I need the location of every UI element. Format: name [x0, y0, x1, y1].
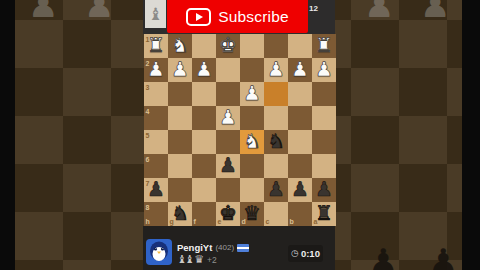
square-c4[interactable]: [264, 106, 288, 130]
square-g6[interactable]: [168, 154, 192, 178]
square-e2[interactable]: [216, 58, 240, 82]
opponent-top-bar: ♝ 12 Subscribe: [143, 0, 335, 34]
rank-label: 8: [146, 204, 150, 211]
video-strip: ♝ 12 Subscribe 1♜♞♚♜2♟♟♟♟♟♟3♟4♟5♞♞6♟7♟♟♟…: [143, 0, 335, 270]
file-label: b: [290, 218, 294, 225]
square-d1[interactable]: [240, 34, 264, 58]
square-e6[interactable]: ♟: [216, 154, 240, 178]
square-h5[interactable]: 5: [144, 130, 168, 154]
square-c2[interactable]: ♟: [264, 58, 288, 82]
square-e7[interactable]: [216, 178, 240, 202]
square-b8[interactable]: b: [288, 202, 312, 226]
player-bottom-bar: PengiYt (402) ♝♝ ♛ +2 ◷ 0:10: [143, 226, 335, 270]
square-b6[interactable]: [288, 154, 312, 178]
black-queen: ♛: [240, 202, 264, 226]
opponent-clock: 12: [309, 4, 318, 13]
square-a8[interactable]: a♜: [312, 202, 336, 226]
square-h7[interactable]: 7♟: [144, 178, 168, 202]
square-f2[interactable]: ♟: [192, 58, 216, 82]
file-label: d: [242, 218, 246, 225]
square-c8[interactable]: c: [264, 202, 288, 226]
white-rook: ♜: [312, 34, 336, 58]
white-pawn: ♟: [240, 82, 264, 106]
file-label: f: [194, 218, 196, 225]
square-e1[interactable]: ♚: [216, 34, 240, 58]
square-d4[interactable]: [240, 106, 264, 130]
backdrop-white-pawn: ♟: [28, 0, 58, 22]
square-h4[interactable]: 4: [144, 106, 168, 130]
backdrop-black-pawn: ♟: [428, 244, 458, 270]
square-f5[interactable]: [192, 130, 216, 154]
rank-label: 6: [146, 156, 150, 163]
chess-piece-avatar-icon: ♝: [148, 4, 163, 24]
square-a6[interactable]: [312, 154, 336, 178]
square-d5[interactable]: ♞: [240, 130, 264, 154]
rank-label: 5: [146, 132, 150, 139]
square-f4[interactable]: [192, 106, 216, 130]
white-pawn: ♟: [192, 58, 216, 82]
captured-pieces-row: ♝♝ ♛ +2: [177, 254, 217, 265]
file-label: a: [314, 218, 318, 225]
rank-label: 2: [146, 60, 150, 67]
white-knight: ♞: [168, 34, 192, 58]
penguin-avatar-image: [146, 239, 172, 265]
square-a5[interactable]: [312, 130, 336, 154]
black-pawn: ♟: [144, 178, 168, 202]
square-b5[interactable]: [288, 130, 312, 154]
square-h1[interactable]: 1♜: [144, 34, 168, 58]
square-b4[interactable]: [288, 106, 312, 130]
black-pawn: ♟: [216, 154, 240, 178]
country-flag-icon: [237, 244, 249, 252]
white-pawn: ♟: [288, 58, 312, 82]
square-h6[interactable]: 6: [144, 154, 168, 178]
square-f1[interactable]: [192, 34, 216, 58]
chess-board[interactable]: 1♜♞♚♜2♟♟♟♟♟♟3♟4♟5♞♞6♟7♟♟♟♟8hg♞fe♚d♛cba♜: [144, 34, 336, 226]
backdrop-white-pawn: ♟: [420, 0, 450, 22]
square-e8[interactable]: e♚: [216, 202, 240, 226]
square-h3[interactable]: 3: [144, 82, 168, 106]
white-pawn: ♟: [216, 106, 240, 130]
file-label: h: [146, 218, 150, 225]
square-g8[interactable]: g♞: [168, 202, 192, 226]
subscribe-button[interactable]: Subscribe: [167, 0, 308, 33]
square-a3[interactable]: [312, 82, 336, 106]
square-g2[interactable]: ♟: [168, 58, 192, 82]
square-a7[interactable]: ♟: [312, 178, 336, 202]
square-f7[interactable]: [192, 178, 216, 202]
rank-label: 1: [146, 36, 150, 43]
backdrop-black-pawn: ♟: [368, 244, 398, 270]
rank-label: 3: [146, 84, 150, 91]
square-d2[interactable]: [240, 58, 264, 82]
square-h8[interactable]: 8h: [144, 202, 168, 226]
white-pawn: ♟: [168, 58, 192, 82]
black-knight: ♞: [264, 130, 288, 154]
square-d3[interactable]: ♟: [240, 82, 264, 106]
file-label: c: [266, 218, 270, 225]
rank-label: 4: [146, 108, 150, 115]
material-advantage: +2: [207, 255, 217, 265]
square-a4[interactable]: [312, 106, 336, 130]
square-d7[interactable]: [240, 178, 264, 202]
player-clock: ◷ 0:10: [288, 245, 323, 262]
square-e5[interactable]: [216, 130, 240, 154]
square-g3[interactable]: [168, 82, 192, 106]
black-king: ♚: [216, 202, 240, 226]
square-g5[interactable]: [168, 130, 192, 154]
white-pawn: ♟: [264, 58, 288, 82]
square-g7[interactable]: [168, 178, 192, 202]
backdrop-white-pawn: ♟: [84, 0, 114, 22]
player-name: PengiYt: [177, 242, 212, 253]
clock-time: 0:10: [301, 248, 320, 259]
square-d8[interactable]: d♛: [240, 202, 264, 226]
square-a1[interactable]: ♜: [312, 34, 336, 58]
screen: ♟♟♟♟♟♟ ♝ 12 Subscribe 1♜♞♚♜2♟♟♟♟♟♟3♟4♟5♞…: [0, 0, 480, 270]
square-h2[interactable]: 2♟: [144, 58, 168, 82]
black-pawn: ♟: [288, 178, 312, 202]
black-pawn: ♟: [312, 178, 336, 202]
white-knight: ♞: [240, 130, 264, 154]
square-c5[interactable]: ♞: [264, 130, 288, 154]
file-label: g: [170, 218, 174, 225]
black-pawn: ♟: [264, 178, 288, 202]
square-f3[interactable]: [192, 82, 216, 106]
white-pawn: ♟: [312, 58, 336, 82]
square-b2[interactable]: ♟: [288, 58, 312, 82]
file-label: e: [218, 218, 222, 225]
player-rating: (402): [215, 243, 234, 252]
captured-pieces-icons: ♝♝ ♛: [177, 254, 204, 265]
black-knight: ♞: [168, 202, 192, 226]
white-pawn: ♟: [144, 58, 168, 82]
square-g4[interactable]: [168, 106, 192, 130]
clock-icon: ◷: [291, 249, 299, 258]
player-name-row: PengiYt (402): [177, 242, 249, 253]
player-avatar[interactable]: [146, 239, 172, 265]
square-c7[interactable]: ♟: [264, 178, 288, 202]
square-c6[interactable]: [264, 154, 288, 178]
backdrop-white-pawn: ♟: [364, 0, 394, 22]
square-e3[interactable]: [216, 82, 240, 106]
square-g1[interactable]: ♞: [168, 34, 192, 58]
white-rook: ♜: [144, 34, 168, 58]
square-e4[interactable]: ♟: [216, 106, 240, 130]
subscribe-label: Subscribe: [218, 8, 289, 26]
square-c1[interactable]: [264, 34, 288, 58]
square-d6[interactable]: [240, 154, 264, 178]
square-b7[interactable]: ♟: [288, 178, 312, 202]
youtube-play-icon: [186, 8, 211, 26]
square-f8[interactable]: f: [192, 202, 216, 226]
square-b1[interactable]: [288, 34, 312, 58]
square-a2[interactable]: ♟: [312, 58, 336, 82]
square-f6[interactable]: [192, 154, 216, 178]
opponent-avatar[interactable]: ♝: [145, 0, 166, 28]
rank-label: 7: [146, 180, 150, 187]
black-rook: ♜: [312, 202, 336, 226]
square-c3[interactable]: [264, 82, 288, 106]
square-b3[interactable]: [288, 82, 312, 106]
white-king: ♚: [216, 34, 240, 58]
